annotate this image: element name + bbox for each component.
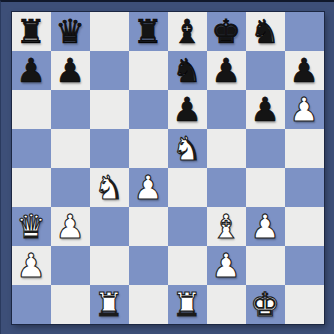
square-c3[interactable] [90, 207, 129, 246]
white-king[interactable]: ♚ [250, 285, 280, 324]
square-f8[interactable]: ♚ [207, 12, 246, 51]
square-g2[interactable] [246, 246, 285, 285]
black-bishop[interactable]: ♝ [172, 12, 202, 51]
black-pawn[interactable]: ♟ [289, 51, 319, 90]
square-h8[interactable] [285, 12, 324, 51]
square-e6[interactable]: ♟ [168, 90, 207, 129]
square-g7[interactable] [246, 51, 285, 90]
square-d4[interactable]: ♟ [129, 168, 168, 207]
square-b1[interactable] [51, 285, 90, 324]
black-queen[interactable]: ♛ [55, 12, 85, 51]
black-pawn[interactable]: ♟ [211, 51, 241, 90]
white-pawn[interactable]: ♟ [55, 207, 85, 246]
square-c6[interactable] [90, 90, 129, 129]
square-h2[interactable] [285, 246, 324, 285]
white-knight[interactable]: ♞ [94, 168, 124, 207]
square-b5[interactable] [51, 129, 90, 168]
square-d2[interactable] [129, 246, 168, 285]
square-e5[interactable]: ♞ [168, 129, 207, 168]
square-g1[interactable]: ♚ [246, 285, 285, 324]
square-a2[interactable]: ♟ [12, 246, 51, 285]
board-frame: ♜♛♜♝♚♞♟♟♞♟♟♟♟♟♞♞♟♛♟♝♟♟♟♜♜♚ [0, 0, 334, 334]
square-b7[interactable]: ♟ [51, 51, 90, 90]
white-pawn[interactable]: ♟ [16, 246, 46, 285]
square-e1[interactable]: ♜ [168, 285, 207, 324]
square-g5[interactable] [246, 129, 285, 168]
square-h5[interactable] [285, 129, 324, 168]
square-b2[interactable] [51, 246, 90, 285]
square-a5[interactable] [12, 129, 51, 168]
square-f6[interactable] [207, 90, 246, 129]
black-rook[interactable]: ♜ [16, 12, 46, 51]
square-b3[interactable]: ♟ [51, 207, 90, 246]
black-pawn[interactable]: ♟ [250, 90, 280, 129]
square-e3[interactable] [168, 207, 207, 246]
square-g8[interactable]: ♞ [246, 12, 285, 51]
square-d8[interactable]: ♜ [129, 12, 168, 51]
black-pawn[interactable]: ♟ [16, 51, 46, 90]
square-c7[interactable] [90, 51, 129, 90]
square-d5[interactable] [129, 129, 168, 168]
square-g3[interactable]: ♟ [246, 207, 285, 246]
white-bishop[interactable]: ♝ [211, 207, 241, 246]
square-f2[interactable]: ♟ [207, 246, 246, 285]
square-a4[interactable] [12, 168, 51, 207]
square-h1[interactable] [285, 285, 324, 324]
square-e4[interactable] [168, 168, 207, 207]
square-c2[interactable] [90, 246, 129, 285]
square-e2[interactable] [168, 246, 207, 285]
square-f4[interactable] [207, 168, 246, 207]
square-h3[interactable] [285, 207, 324, 246]
square-b8[interactable]: ♛ [51, 12, 90, 51]
square-h7[interactable]: ♟ [285, 51, 324, 90]
black-pawn[interactable]: ♟ [55, 51, 85, 90]
white-pawn[interactable]: ♟ [211, 246, 241, 285]
square-e8[interactable]: ♝ [168, 12, 207, 51]
square-c1[interactable]: ♜ [90, 285, 129, 324]
white-rook[interactable]: ♜ [94, 285, 124, 324]
square-c8[interactable] [90, 12, 129, 51]
square-d1[interactable] [129, 285, 168, 324]
square-a7[interactable]: ♟ [12, 51, 51, 90]
square-f1[interactable] [207, 285, 246, 324]
square-f7[interactable]: ♟ [207, 51, 246, 90]
square-c4[interactable]: ♞ [90, 168, 129, 207]
square-g4[interactable] [246, 168, 285, 207]
white-pawn[interactable]: ♟ [133, 168, 163, 207]
square-a6[interactable] [12, 90, 51, 129]
square-a8[interactable]: ♜ [12, 12, 51, 51]
black-pawn[interactable]: ♟ [172, 90, 202, 129]
white-queen[interactable]: ♛ [16, 207, 46, 246]
black-knight[interactable]: ♞ [172, 51, 202, 90]
black-rook[interactable]: ♜ [133, 12, 163, 51]
square-d6[interactable] [129, 90, 168, 129]
square-g6[interactable]: ♟ [246, 90, 285, 129]
square-d7[interactable] [129, 51, 168, 90]
square-f3[interactable]: ♝ [207, 207, 246, 246]
square-b4[interactable] [51, 168, 90, 207]
black-knight[interactable]: ♞ [250, 12, 280, 51]
square-d3[interactable] [129, 207, 168, 246]
square-e7[interactable]: ♞ [168, 51, 207, 90]
square-c5[interactable] [90, 129, 129, 168]
white-knight[interactable]: ♞ [172, 129, 202, 168]
black-king[interactable]: ♚ [211, 12, 241, 51]
square-h4[interactable] [285, 168, 324, 207]
square-b6[interactable] [51, 90, 90, 129]
white-pawn[interactable]: ♟ [289, 90, 319, 129]
square-h6[interactable]: ♟ [285, 90, 324, 129]
white-rook[interactable]: ♜ [172, 285, 202, 324]
square-a3[interactable]: ♛ [12, 207, 51, 246]
square-a1[interactable] [12, 285, 51, 324]
square-f5[interactable] [207, 129, 246, 168]
white-pawn[interactable]: ♟ [250, 207, 280, 246]
chess-board: ♜♛♜♝♚♞♟♟♞♟♟♟♟♟♞♞♟♛♟♝♟♟♟♜♜♚ [12, 12, 324, 324]
